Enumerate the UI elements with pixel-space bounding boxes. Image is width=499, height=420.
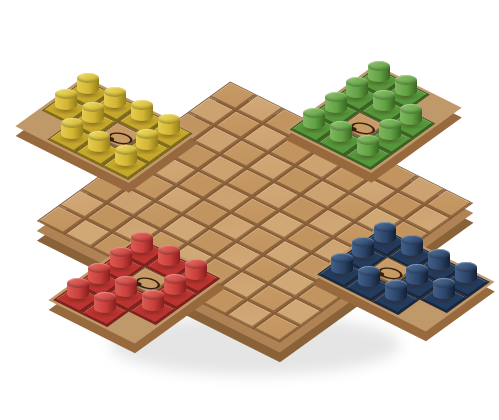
- peg-top: [88, 263, 110, 273]
- peg-top: [433, 278, 455, 288]
- peg-red[interactable]: [88, 263, 110, 284]
- peg-blue[interactable]: [401, 235, 423, 256]
- peg-green[interactable]: [325, 92, 347, 113]
- peg-blue[interactable]: [385, 280, 407, 301]
- peg-green[interactable]: [395, 75, 417, 96]
- peg-top: [395, 75, 417, 85]
- peg-red[interactable]: [142, 290, 164, 311]
- peg-top: [379, 119, 401, 129]
- peg-top: [331, 253, 353, 263]
- peg-top: [82, 102, 104, 112]
- peg-yellow[interactable]: [131, 100, 153, 121]
- peg-yellow[interactable]: [115, 145, 137, 166]
- peg-top: [115, 276, 137, 286]
- peg-top: [164, 274, 186, 284]
- peg-top: [61, 118, 83, 128]
- peg-top: [358, 266, 380, 276]
- peg-top: [368, 61, 390, 71]
- peg-green[interactable]: [303, 108, 325, 129]
- peg-top: [94, 292, 116, 302]
- peg-top: [428, 249, 450, 259]
- peg-red[interactable]: [115, 276, 137, 297]
- peg-top: [88, 131, 110, 141]
- peg-red[interactable]: [131, 232, 153, 253]
- peg-top: [373, 90, 395, 100]
- peg-top: [400, 104, 422, 114]
- peg-top: [104, 87, 126, 97]
- peg-blue[interactable]: [428, 249, 450, 270]
- peg-blue[interactable]: [455, 262, 477, 283]
- peg-yellow[interactable]: [77, 73, 99, 94]
- peg-top: [385, 280, 407, 290]
- peg-top: [325, 92, 347, 102]
- peg-green[interactable]: [373, 90, 395, 111]
- peg-green[interactable]: [357, 135, 379, 156]
- peg-top: [110, 247, 132, 257]
- peg-top: [455, 262, 477, 272]
- peg-yellow[interactable]: [136, 129, 158, 150]
- peg-yellow[interactable]: [158, 114, 180, 135]
- peg-red[interactable]: [110, 247, 132, 268]
- peg-top: [406, 264, 428, 274]
- peg-top: [185, 259, 207, 269]
- peg-green[interactable]: [330, 121, 352, 142]
- peg-top: [131, 232, 153, 242]
- peg-blue[interactable]: [358, 266, 380, 287]
- peg-red[interactable]: [94, 292, 116, 313]
- peg-blue[interactable]: [406, 264, 428, 285]
- peg-blue[interactable]: [374, 222, 396, 243]
- peg-top: [131, 100, 153, 110]
- peg-yellow[interactable]: [104, 87, 126, 108]
- peg-top: [401, 235, 423, 245]
- peg-top: [158, 245, 180, 255]
- peg-green[interactable]: [368, 61, 390, 82]
- peg-top: [142, 290, 164, 300]
- peg-red[interactable]: [67, 278, 89, 299]
- peg-yellow[interactable]: [88, 131, 110, 152]
- peg-top: [357, 135, 379, 145]
- peg-top: [352, 237, 374, 247]
- peg-yellow[interactable]: [61, 118, 83, 139]
- peg-red[interactable]: [158, 245, 180, 266]
- peg-top: [67, 278, 89, 288]
- peg-top: [346, 77, 368, 87]
- peg-blue[interactable]: [433, 278, 455, 299]
- peg-top: [55, 89, 77, 99]
- peg-blue[interactable]: [331, 253, 353, 274]
- peg-top: [158, 114, 180, 124]
- peg-red[interactable]: [164, 274, 186, 295]
- peg-red[interactable]: [185, 259, 207, 280]
- peg-top: [374, 222, 396, 232]
- peg-top: [303, 108, 325, 118]
- peg-top: [77, 73, 99, 83]
- peg-blue[interactable]: [352, 237, 374, 258]
- peg-green[interactable]: [379, 119, 401, 140]
- peg-top: [136, 129, 158, 139]
- board: [0, 0, 499, 420]
- peg-green[interactable]: [346, 77, 368, 98]
- peg-top: [115, 145, 137, 155]
- peg-yellow[interactable]: [82, 102, 104, 123]
- peg-yellow[interactable]: [55, 89, 77, 110]
- peg-top: [330, 121, 352, 131]
- peg-green[interactable]: [400, 104, 422, 125]
